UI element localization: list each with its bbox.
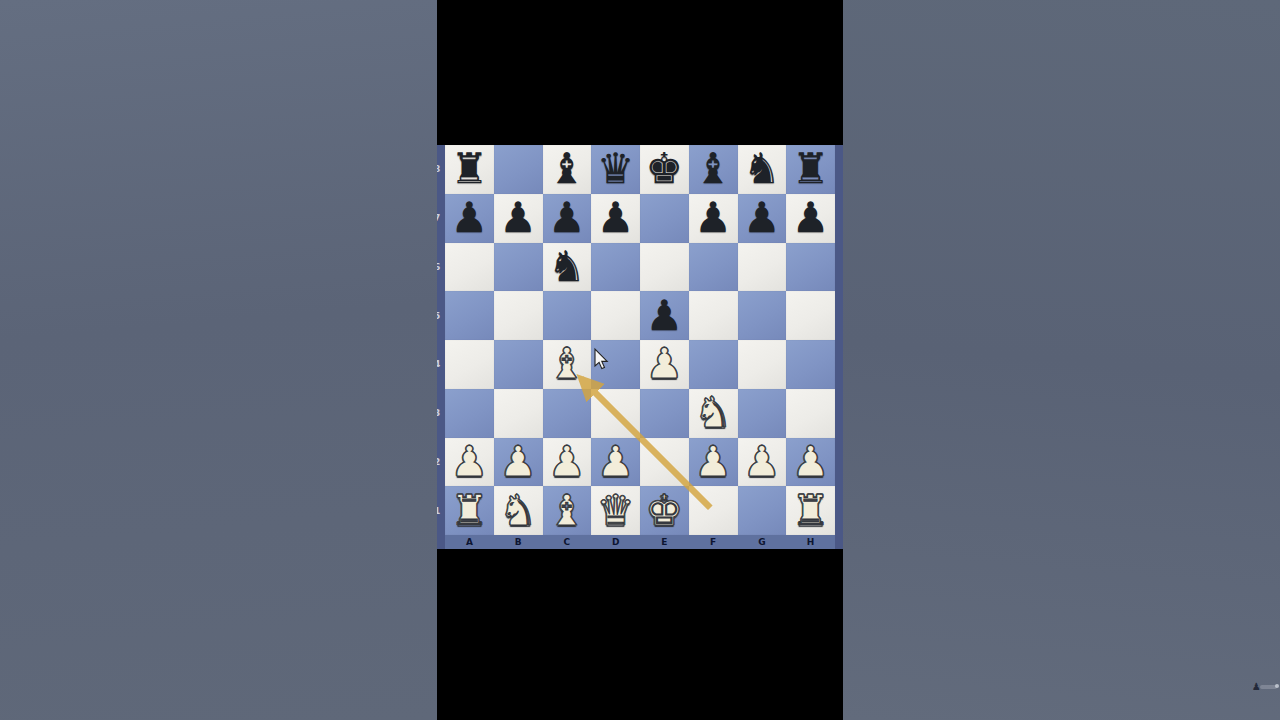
chess-board: 87654321 ♜♝♛♚♝♞♜♟♟♟♟♟♟♟♞♟♝♟♞♟♟♟♟♟♟♟♜♞♝♛♚… <box>437 145 843 549</box>
square-d7[interactable]: ♟ <box>591 194 640 243</box>
watermark-logo: ♟ <box>1252 680 1280 693</box>
blurred-background-left <box>0 0 437 720</box>
square-d5[interactable] <box>591 291 640 340</box>
file-label-e: E <box>661 537 667 547</box>
square-b5[interactable] <box>494 291 543 340</box>
white-rook[interactable]: ♜ <box>792 490 830 532</box>
black-pawn[interactable]: ♟ <box>694 197 732 239</box>
square-b7[interactable]: ♟ <box>494 194 543 243</box>
square-a8[interactable]: ♜ <box>445 145 494 194</box>
square-g5[interactable] <box>738 291 787 340</box>
white-knight[interactable]: ♞ <box>694 392 732 434</box>
white-bishop[interactable]: ♝ <box>548 490 586 532</box>
rank-label-1: 1 <box>437 506 440 516</box>
white-queen[interactable]: ♛ <box>597 490 635 532</box>
file-label-a: A <box>466 537 473 547</box>
square-e1[interactable]: ♚ <box>640 486 689 535</box>
black-king[interactable]: ♚ <box>646 148 684 190</box>
square-h5[interactable] <box>786 291 835 340</box>
square-b1[interactable]: ♞ <box>494 486 543 535</box>
square-e2[interactable] <box>640 438 689 487</box>
file-labels-strip: ABCDEFGH <box>445 535 835 549</box>
square-h7[interactable]: ♟ <box>786 194 835 243</box>
square-h2[interactable]: ♟ <box>786 438 835 487</box>
page: { "game": "chess", "position": "r1bqkbnr… <box>0 0 1280 720</box>
rank-label-2: 2 <box>437 457 440 467</box>
white-king[interactable]: ♚ <box>646 490 684 532</box>
white-pawn[interactable]: ♟ <box>694 441 732 483</box>
square-h3[interactable] <box>786 389 835 438</box>
rank-label-4: 4 <box>437 359 440 369</box>
square-g7[interactable]: ♟ <box>738 194 787 243</box>
rank-labels-strip: 87654321 <box>437 145 445 549</box>
black-pawn[interactable]: ♟ <box>646 295 684 337</box>
watermark-dot <box>1275 684 1279 688</box>
square-h4[interactable] <box>786 340 835 389</box>
square-e7[interactable] <box>640 194 689 243</box>
rank-label-5: 5 <box>437 311 440 321</box>
black-pawn[interactable]: ♟ <box>548 197 586 239</box>
black-pawn[interactable]: ♟ <box>451 197 489 239</box>
square-a4[interactable] <box>445 340 494 389</box>
square-b4[interactable] <box>494 340 543 389</box>
square-h1[interactable]: ♜ <box>786 486 835 535</box>
square-e5[interactable]: ♟ <box>640 291 689 340</box>
square-b8[interactable] <box>494 145 543 194</box>
square-d3[interactable] <box>591 389 640 438</box>
square-g1[interactable] <box>738 486 787 535</box>
square-g4[interactable] <box>738 340 787 389</box>
square-c1[interactable]: ♝ <box>543 486 592 535</box>
square-f2[interactable]: ♟ <box>689 438 738 487</box>
square-a2[interactable]: ♟ <box>445 438 494 487</box>
rank-label-7: 7 <box>437 213 440 223</box>
square-f3[interactable]: ♞ <box>689 389 738 438</box>
file-label-c: C <box>564 537 571 547</box>
file-label-h: H <box>807 537 815 547</box>
square-e6[interactable] <box>640 243 689 292</box>
square-g3[interactable] <box>738 389 787 438</box>
square-b3[interactable] <box>494 389 543 438</box>
white-pawn[interactable]: ♟ <box>451 441 489 483</box>
black-queen[interactable]: ♛ <box>597 148 635 190</box>
square-b2[interactable]: ♟ <box>494 438 543 487</box>
square-d8[interactable]: ♛ <box>591 145 640 194</box>
square-c2[interactable]: ♟ <box>543 438 592 487</box>
square-d1[interactable]: ♛ <box>591 486 640 535</box>
square-d6[interactable] <box>591 243 640 292</box>
rank-label-6: 6 <box>437 262 440 272</box>
white-bishop[interactable]: ♝ <box>548 343 586 385</box>
square-c8[interactable]: ♝ <box>543 145 592 194</box>
square-e3[interactable] <box>640 389 689 438</box>
board-squares: ♜♝♛♚♝♞♜♟♟♟♟♟♟♟♞♟♝♟♞♟♟♟♟♟♟♟♜♞♝♛♚♜ <box>445 145 835 535</box>
square-e8[interactable]: ♚ <box>640 145 689 194</box>
square-f6[interactable] <box>689 243 738 292</box>
square-f7[interactable]: ♟ <box>689 194 738 243</box>
board-right-frame <box>835 145 843 549</box>
square-g8[interactable]: ♞ <box>738 145 787 194</box>
square-f5[interactable] <box>689 291 738 340</box>
black-bishop[interactable]: ♝ <box>548 148 586 190</box>
square-f8[interactable]: ♝ <box>689 145 738 194</box>
square-b6[interactable] <box>494 243 543 292</box>
square-a1[interactable]: ♜ <box>445 486 494 535</box>
white-pawn[interactable]: ♟ <box>499 441 537 483</box>
square-d4[interactable] <box>591 340 640 389</box>
black-knight[interactable]: ♞ <box>548 246 586 288</box>
file-label-f: F <box>710 537 716 547</box>
blurred-background-right <box>843 0 1280 720</box>
file-label-b: B <box>515 537 522 547</box>
square-e4[interactable]: ♟ <box>640 340 689 389</box>
square-a5[interactable] <box>445 291 494 340</box>
square-d2[interactable]: ♟ <box>591 438 640 487</box>
white-pawn[interactable]: ♟ <box>743 441 781 483</box>
file-label-g: G <box>758 537 765 547</box>
square-a7[interactable]: ♟ <box>445 194 494 243</box>
black-knight[interactable]: ♞ <box>743 148 781 190</box>
file-label-d: D <box>612 537 619 547</box>
square-c3[interactable] <box>543 389 592 438</box>
square-f4[interactable] <box>689 340 738 389</box>
square-f1[interactable] <box>689 486 738 535</box>
square-a3[interactable] <box>445 389 494 438</box>
black-rook[interactable]: ♜ <box>451 148 489 190</box>
square-c7[interactable]: ♟ <box>543 194 592 243</box>
black-pawn[interactable]: ♟ <box>792 197 830 239</box>
white-pawn[interactable]: ♟ <box>792 441 830 483</box>
white-knight[interactable]: ♞ <box>499 490 537 532</box>
black-pawn[interactable]: ♟ <box>597 197 635 239</box>
white-pawn[interactable]: ♟ <box>646 343 684 385</box>
square-h8[interactable]: ♜ <box>786 145 835 194</box>
square-c4[interactable]: ♝ <box>543 340 592 389</box>
square-c6[interactable]: ♞ <box>543 243 592 292</box>
white-pawn[interactable]: ♟ <box>597 441 635 483</box>
square-g2[interactable]: ♟ <box>738 438 787 487</box>
black-bishop[interactable]: ♝ <box>694 148 732 190</box>
white-pawn[interactable]: ♟ <box>548 441 586 483</box>
square-g6[interactable] <box>738 243 787 292</box>
rank-label-3: 3 <box>437 408 440 418</box>
black-rook[interactable]: ♜ <box>792 148 830 190</box>
black-pawn[interactable]: ♟ <box>743 197 781 239</box>
rank-label-8: 8 <box>437 164 440 174</box>
square-a6[interactable] <box>445 243 494 292</box>
square-h6[interactable] <box>786 243 835 292</box>
white-rook[interactable]: ♜ <box>451 490 489 532</box>
square-c5[interactable] <box>543 291 592 340</box>
black-pawn[interactable]: ♟ <box>499 197 537 239</box>
